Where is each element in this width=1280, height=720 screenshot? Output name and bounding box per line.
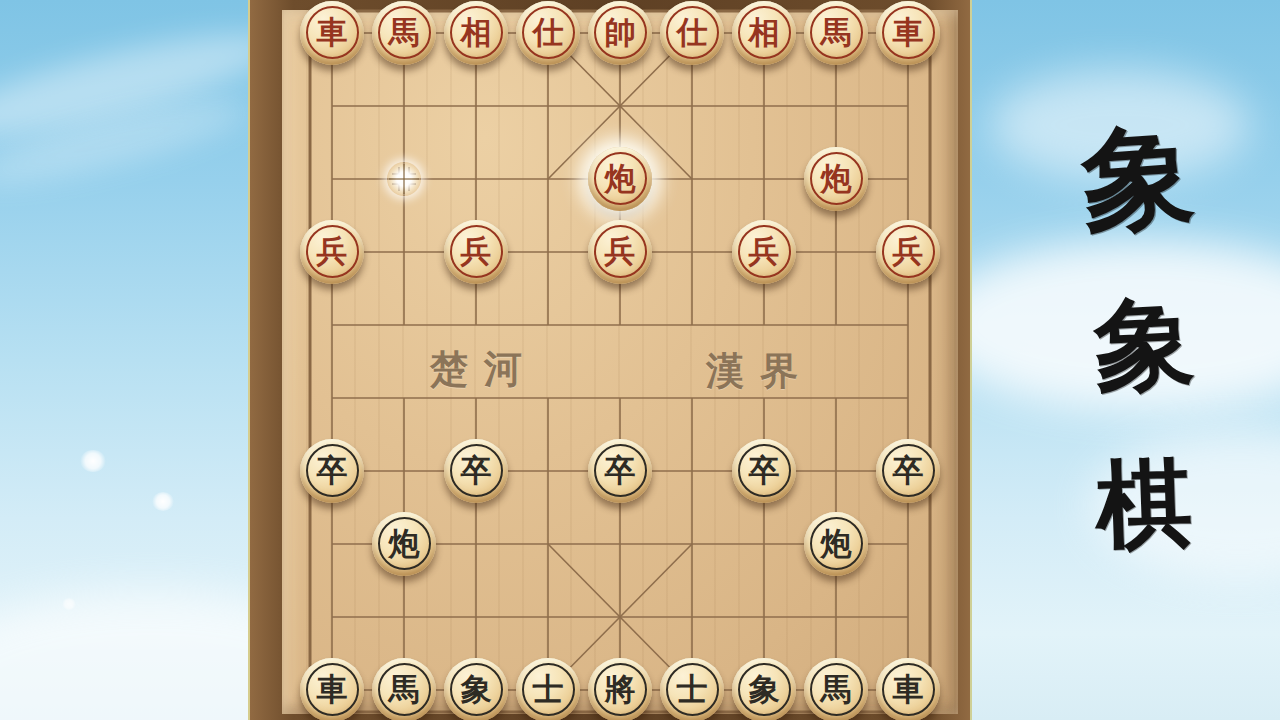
piece-black-soldier[interactable]: 卒 (300, 439, 364, 503)
piece-black-soldier[interactable]: 卒 (876, 439, 940, 503)
piece-glyph: 兵 (882, 225, 935, 278)
sparkle-dot (80, 450, 106, 472)
piece-red-soldier[interactable]: 兵 (444, 220, 508, 284)
game-title-char: 棋 (1094, 454, 1193, 553)
piece-glyph: 相 (450, 6, 503, 59)
piece-glyph: 馬 (810, 6, 863, 59)
game-title-char: 象 (1078, 118, 1198, 238)
piece-glyph: 士 (522, 663, 575, 716)
piece-black-elephant[interactable]: 象 (444, 658, 508, 720)
piece-glyph: 馬 (810, 663, 863, 716)
piece-glyph: 車 (306, 663, 359, 716)
piece-glyph: 兵 (738, 225, 791, 278)
piece-red-chariot[interactable]: 車 (876, 1, 940, 65)
piece-red-soldier[interactable]: 兵 (732, 220, 796, 284)
piece-glyph: 炮 (810, 152, 863, 205)
piece-black-horse[interactable]: 馬 (804, 658, 868, 720)
piece-black-soldier[interactable]: 卒 (732, 439, 796, 503)
piece-red-soldier[interactable]: 兵 (588, 220, 652, 284)
piece-glyph: 炮 (378, 517, 431, 570)
piece-glyph: 兵 (450, 225, 503, 278)
piece-glyph: 仕 (666, 6, 719, 59)
piece-red-elephant[interactable]: 相 (732, 1, 796, 65)
piece-glyph: 將 (594, 663, 647, 716)
piece-red-elephant[interactable]: 相 (444, 1, 508, 65)
piece-black-cannon[interactable]: 炮 (804, 512, 868, 576)
piece-black-chariot[interactable]: 車 (300, 658, 364, 720)
piece-glyph: 仕 (522, 6, 575, 59)
piece-red-advisor[interactable]: 仕 (516, 1, 580, 65)
piece-black-advisor[interactable]: 士 (516, 658, 580, 720)
app-background: 象 象 棋 (0, 0, 1280, 720)
piece-red-advisor[interactable]: 仕 (660, 1, 724, 65)
piece-glyph: 卒 (738, 444, 791, 497)
piece-red-general[interactable]: 帥 (588, 1, 652, 65)
piece-black-horse[interactable]: 馬 (372, 658, 436, 720)
cloud-streak (0, 15, 282, 155)
piece-glyph: 卒 (882, 444, 935, 497)
move-origin-marker (387, 162, 421, 196)
piece-glyph: 車 (306, 6, 359, 59)
piece-black-chariot[interactable]: 車 (876, 658, 940, 720)
board-frame: 楚河 漢界 車馬相仕帥仕相馬車炮炮兵兵兵兵兵卒卒卒卒卒炮炮車馬象士將士象馬車 (248, 0, 972, 720)
piece-glyph: 炮 (810, 517, 863, 570)
piece-glyph: 車 (882, 6, 935, 59)
piece-glyph: 象 (738, 663, 791, 716)
piece-glyph: 士 (666, 663, 719, 716)
piece-black-cannon[interactable]: 炮 (372, 512, 436, 576)
piece-glyph: 相 (738, 6, 791, 59)
piece-red-cannon[interactable]: 炮 (804, 147, 868, 211)
piece-red-horse[interactable]: 馬 (804, 1, 868, 65)
piece-black-soldier[interactable]: 卒 (588, 439, 652, 503)
game-title-char: 象 (1091, 291, 1196, 396)
piece-black-elephant[interactable]: 象 (732, 658, 796, 720)
piece-glyph: 馬 (378, 663, 431, 716)
piece-red-soldier[interactable]: 兵 (300, 220, 364, 284)
piece-red-soldier[interactable]: 兵 (876, 220, 940, 284)
piece-glyph: 馬 (378, 6, 431, 59)
piece-red-cannon[interactable]: 炮 (588, 147, 652, 211)
piece-glyph: 炮 (594, 152, 647, 205)
sparkle-dot (152, 492, 174, 511)
piece-glyph: 象 (450, 663, 503, 716)
piece-glyph: 兵 (594, 225, 647, 278)
piece-black-advisor[interactable]: 士 (660, 658, 724, 720)
piece-glyph: 車 (882, 663, 935, 716)
sparkle-dot (62, 598, 76, 610)
piece-glyph: 兵 (306, 225, 359, 278)
board-grid: 車馬相仕帥仕相馬車炮炮兵兵兵兵兵卒卒卒卒卒炮炮車馬象士將士象馬車 (296, 0, 944, 720)
piece-glyph: 卒 (306, 444, 359, 497)
piece-glyph: 卒 (594, 444, 647, 497)
piece-red-chariot[interactable]: 車 (300, 1, 364, 65)
piece-glyph: 卒 (450, 444, 503, 497)
piece-glyph: 帥 (594, 6, 647, 59)
cloud-streak (0, 87, 251, 199)
piece-black-general[interactable]: 將 (588, 658, 652, 720)
piece-black-soldier[interactable]: 卒 (444, 439, 508, 503)
piece-red-horse[interactable]: 馬 (372, 1, 436, 65)
